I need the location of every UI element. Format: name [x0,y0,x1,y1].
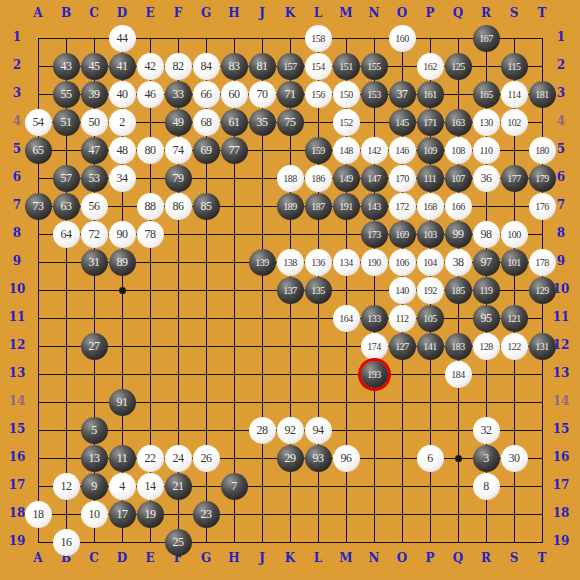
row-label-right: 17 [548,478,574,492]
stone-white-d3: 40 [109,81,136,108]
column-label-top: Q [448,6,468,20]
stone-black-m7: 191 [333,193,360,220]
stone-black-t12: 131 [529,333,556,360]
stone-white-g3: 66 [193,81,220,108]
stone-black-r3: 165 [473,81,500,108]
stone-white-t5: 180 [529,137,556,164]
stone-white-t9: 178 [529,249,556,276]
stone-white-o1: 160 [389,25,416,52]
stone-white-s3: 114 [501,81,528,108]
column-label-top: L [308,6,328,20]
column-label-bottom: A [28,551,48,565]
stone-black-f19: 25 [165,529,192,556]
stone-black-f6: 79 [165,165,192,192]
stone-black-k7: 189 [277,193,304,220]
row-label-right: 18 [548,506,574,520]
column-label-top: N [364,6,384,20]
stone-white-f16: 24 [165,445,192,472]
row-label-right: 14 [548,394,574,408]
stone-white-b17: 12 [53,473,80,500]
stone-black-g18: 23 [193,501,220,528]
stone-black-a7: 73 [25,193,52,220]
column-label-top: D [112,6,132,20]
stone-black-c17: 9 [81,473,108,500]
column-label-bottom: G [196,551,216,565]
stone-white-k6: 188 [277,165,304,192]
column-label-bottom: H [224,551,244,565]
column-label-bottom: N [364,551,384,565]
stone-white-e16: 22 [137,445,164,472]
stone-black-k2: 157 [277,53,304,80]
stone-black-e18: 19 [137,501,164,528]
stone-black-b4: 51 [53,109,80,136]
row-label-right: 19 [548,534,574,548]
row-label-left: 8 [4,226,30,240]
stone-black-s11: 121 [501,305,528,332]
stone-white-r17: 8 [473,473,500,500]
stone-white-o9: 106 [389,249,416,276]
stone-black-a5: 65 [25,137,52,164]
stone-black-c9: 31 [81,249,108,276]
stone-black-l7: 187 [305,193,332,220]
stone-white-p7: 168 [417,193,444,220]
stone-white-r4: 130 [473,109,500,136]
column-label-bottom: O [392,551,412,565]
stone-black-m2: 151 [333,53,360,80]
column-label-top: F [168,6,188,20]
stone-black-b3: 55 [53,81,80,108]
row-label-right: 15 [548,422,574,436]
row-label-left: 1 [4,30,30,44]
column-label-top: A [28,6,48,20]
column-label-bottom: K [280,551,300,565]
stone-white-o6: 170 [389,165,416,192]
stone-white-d8: 90 [109,221,136,248]
stone-black-q12: 183 [445,333,472,360]
column-label-bottom: L [308,551,328,565]
column-label-top: O [392,6,412,20]
column-label-bottom: R [476,551,496,565]
stone-black-p3: 161 [417,81,444,108]
column-label-bottom: E [140,551,160,565]
grid-line-horizontal [38,318,543,319]
stone-black-n3: 153 [361,81,388,108]
stone-white-e17: 14 [137,473,164,500]
stone-white-p10: 192 [417,277,444,304]
row-label-left: 10 [4,282,30,296]
stone-white-e7: 88 [137,193,164,220]
row-label-right: 1 [548,30,574,44]
stone-white-j15: 28 [249,417,276,444]
stone-black-n6: 147 [361,165,388,192]
stone-black-q4: 163 [445,109,472,136]
column-label-bottom: S [504,551,524,565]
stone-white-g4: 68 [193,109,220,136]
stone-black-q8: 99 [445,221,472,248]
stone-black-c5: 47 [81,137,108,164]
column-label-top: R [476,6,496,20]
stone-black-d18: 17 [109,501,136,528]
stone-black-h4: 61 [221,109,248,136]
stone-black-d14: 91 [109,389,136,416]
stone-white-a4: 54 [25,109,52,136]
stone-black-q6: 107 [445,165,472,192]
column-label-bottom: P [420,551,440,565]
stone-black-r9: 97 [473,249,500,276]
last-move-stone: 193 [361,361,388,388]
stone-black-s9: 101 [501,249,528,276]
stone-black-g7: 85 [193,193,220,220]
row-label-right: 11 [548,310,574,324]
stone-black-h17: 7 [221,473,248,500]
column-label-top: M [336,6,356,20]
stone-black-o4: 145 [389,109,416,136]
stone-black-n8: 173 [361,221,388,248]
stone-white-a18: 18 [25,501,52,528]
stone-white-l1: 158 [305,25,332,52]
stone-black-n11: 133 [361,305,388,332]
stone-white-g2: 84 [193,53,220,80]
column-label-top: C [84,6,104,20]
column-label-bottom: D [112,551,132,565]
stone-white-n9: 190 [361,249,388,276]
stone-black-p6: 111 [417,165,444,192]
stone-white-c18: 10 [81,501,108,528]
column-label-bottom: T [532,551,552,565]
stone-black-r10: 119 [473,277,500,304]
stone-black-n7: 143 [361,193,388,220]
stone-white-s12: 122 [501,333,528,360]
row-label-left: 16 [4,450,30,464]
row-label-left: 15 [4,422,30,436]
stone-white-r8: 98 [473,221,500,248]
row-label-right: 4 [548,114,574,128]
stone-black-o3: 37 [389,81,416,108]
stone-black-d9: 89 [109,249,136,276]
stone-black-f3: 33 [165,81,192,108]
row-label-left: 9 [4,254,30,268]
stone-white-r15: 32 [473,417,500,444]
row-label-left: 13 [4,366,30,380]
stone-white-b19: 16 [53,529,80,556]
stone-white-q7: 166 [445,193,472,220]
column-label-top: S [504,6,524,20]
row-label-left: 11 [4,310,30,324]
stone-white-m16: 96 [333,445,360,472]
stone-black-l10: 135 [305,277,332,304]
stone-black-o12: 127 [389,333,416,360]
stone-black-j2: 81 [249,53,276,80]
star-point [455,455,462,462]
stone-black-r16: 3 [473,445,500,472]
stone-white-c4: 50 [81,109,108,136]
row-label-left: 3 [4,86,30,100]
stone-black-m6: 149 [333,165,360,192]
stone-white-j3: 70 [249,81,276,108]
stone-white-c8: 72 [81,221,108,248]
stone-white-m11: 164 [333,305,360,332]
stone-black-h5: 77 [221,137,248,164]
stone-white-r6: 36 [473,165,500,192]
column-label-top: G [196,6,216,20]
stone-white-g16: 26 [193,445,220,472]
stone-black-f4: 49 [165,109,192,136]
stone-black-c15: 5 [81,417,108,444]
stone-black-k16: 29 [277,445,304,472]
row-label-left: 19 [4,534,30,548]
column-label-bottom: M [336,551,356,565]
row-label-right: 2 [548,58,574,72]
stone-white-m4: 152 [333,109,360,136]
stone-black-d2: 41 [109,53,136,80]
stone-white-p2: 162 [417,53,444,80]
stone-black-c6: 53 [81,165,108,192]
column-label-bottom: J [252,551,272,565]
column-label-top: P [420,6,440,20]
stone-white-b8: 64 [53,221,80,248]
stone-black-k3: 71 [277,81,304,108]
stone-white-q9: 38 [445,249,472,276]
stone-white-o5: 146 [389,137,416,164]
stone-white-h3: 60 [221,81,248,108]
stone-black-b2: 43 [53,53,80,80]
stone-black-l16: 93 [305,445,332,472]
row-label-right: 16 [548,450,574,464]
star-point [119,287,126,294]
column-label-top: H [224,6,244,20]
stone-white-e2: 42 [137,53,164,80]
column-label-bottom: C [84,551,104,565]
stone-black-p5: 109 [417,137,444,164]
row-label-left: 6 [4,170,30,184]
stone-white-o11: 112 [389,305,416,332]
stone-black-c2: 45 [81,53,108,80]
stone-white-q5: 108 [445,137,472,164]
stone-white-o7: 172 [389,193,416,220]
column-label-top: B [56,6,76,20]
stone-white-m9: 134 [333,249,360,276]
column-label-top: K [280,6,300,20]
column-label-top: J [252,6,272,20]
stone-black-b7: 63 [53,193,80,220]
stone-white-s8: 100 [501,221,528,248]
stone-black-r11: 95 [473,305,500,332]
stone-white-s16: 30 [501,445,528,472]
stone-black-s6: 177 [501,165,528,192]
stone-white-o10: 140 [389,277,416,304]
stone-black-t6: 179 [529,165,556,192]
stone-white-q13: 184 [445,361,472,388]
stone-black-c16: 13 [81,445,108,472]
stone-black-j9: 139 [249,249,276,276]
stone-white-l6: 186 [305,165,332,192]
grid-line-horizontal [38,542,543,543]
stone-white-n12: 174 [361,333,388,360]
stone-white-r5: 110 [473,137,500,164]
stone-white-t7: 176 [529,193,556,220]
row-label-right: 8 [548,226,574,240]
row-label-left: 12 [4,338,30,352]
stone-white-f5: 74 [165,137,192,164]
stone-black-c3: 39 [81,81,108,108]
stone-black-p11: 105 [417,305,444,332]
column-label-top: E [140,6,160,20]
stone-white-n5: 142 [361,137,388,164]
stone-black-p12: 141 [417,333,444,360]
stone-black-p8: 103 [417,221,444,248]
stone-white-f2: 82 [165,53,192,80]
stone-black-b6: 57 [53,165,80,192]
stone-black-g5: 69 [193,137,220,164]
row-label-left: 14 [4,394,30,408]
stone-white-d4: 2 [109,109,136,136]
stone-white-e5: 80 [137,137,164,164]
stone-black-d16: 11 [109,445,136,472]
stone-white-l15: 94 [305,417,332,444]
stone-white-d6: 34 [109,165,136,192]
column-label-top: T [532,6,552,20]
row-label-left: 2 [4,58,30,72]
stone-black-n2: 155 [361,53,388,80]
stone-black-f17: 21 [165,473,192,500]
stone-black-j4: 35 [249,109,276,136]
stone-white-l2: 154 [305,53,332,80]
stone-white-p9: 104 [417,249,444,276]
stone-black-o8: 169 [389,221,416,248]
row-label-left: 17 [4,478,30,492]
stone-white-s4: 102 [501,109,528,136]
grid-line-vertical [374,38,375,543]
column-label-bottom: Q [448,551,468,565]
stone-white-e3: 46 [137,81,164,108]
stone-white-k15: 92 [277,417,304,444]
stone-white-d1: 44 [109,25,136,52]
stone-white-d17: 4 [109,473,136,500]
stone-black-c12: 27 [81,333,108,360]
go-board[interactable]: AABBCCDDEEFFGGHHJJKKLLMMNNOOPPQQRRSSTT11… [0,0,580,580]
stone-black-h2: 83 [221,53,248,80]
stone-black-q10: 185 [445,277,472,304]
stone-black-q2: 125 [445,53,472,80]
stone-black-s2: 115 [501,53,528,80]
stone-white-m5: 148 [333,137,360,164]
go-game-record-viewer: AABBCCDDEEFFGGHHJJKKLLMMNNOOPPQQRRSSTT11… [0,0,580,580]
stone-black-t10: 129 [529,277,556,304]
row-label-right: 13 [548,366,574,380]
stone-black-l5: 159 [305,137,332,164]
stone-black-t3: 181 [529,81,556,108]
stone-white-r12: 128 [473,333,500,360]
stone-black-k4: 75 [277,109,304,136]
stone-white-k9: 138 [277,249,304,276]
stone-white-e8: 78 [137,221,164,248]
stone-white-p16: 6 [417,445,444,472]
stone-white-l9: 136 [305,249,332,276]
stone-white-l3: 156 [305,81,332,108]
stone-white-c7: 56 [81,193,108,220]
stone-white-d5: 48 [109,137,136,164]
stone-black-r1: 167 [473,25,500,52]
stone-white-f7: 86 [165,193,192,220]
stone-white-m3: 150 [333,81,360,108]
stone-black-k10: 137 [277,277,304,304]
stone-black-p4: 171 [417,109,444,136]
